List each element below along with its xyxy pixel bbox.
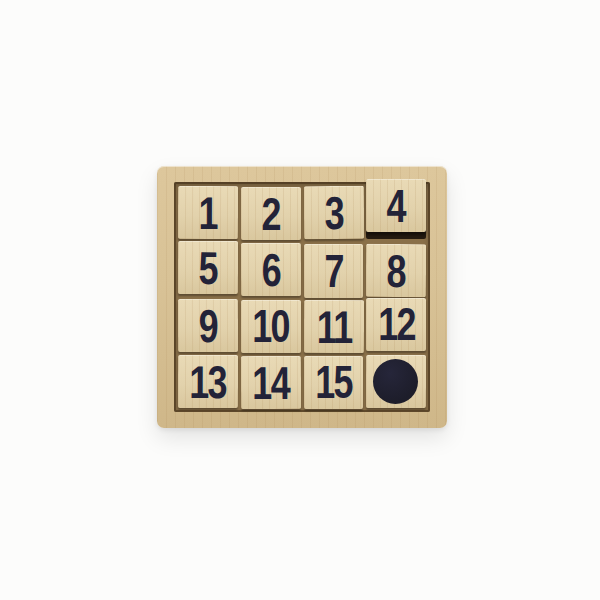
tile-14-label: 14 (252, 359, 289, 405)
tile-7-label: 7 (324, 248, 342, 294)
tile-5-label: 5 (199, 245, 218, 291)
tile-3-label: 3 (324, 190, 343, 236)
tile-1[interactable]: 1 (178, 186, 238, 240)
tile-4[interactable]: 4 (366, 179, 426, 232)
tile-15[interactable]: 15 (304, 356, 364, 409)
tile-6-label: 6 (261, 247, 280, 293)
tile-2[interactable]: 2 (241, 187, 301, 240)
tile-10-label: 10 (252, 303, 289, 349)
tile-dot[interactable] (366, 355, 426, 408)
black-dot-icon (374, 359, 419, 404)
tile-4-label: 4 (387, 183, 405, 229)
tile-13-label: 13 (189, 358, 226, 404)
tile-10[interactable]: 10 (241, 300, 301, 353)
tile-7[interactable]: 7 (304, 244, 364, 297)
tile-8[interactable]: 8 (366, 244, 426, 298)
tile-2-label: 2 (261, 191, 279, 237)
puzzle-tray: 1 2 3 4 5 6 7 8 9 10 11 12 13 14 15 (174, 182, 430, 412)
tile-8-label: 8 (387, 248, 406, 294)
wooden-puzzle-box: 1 2 3 4 5 6 7 8 9 10 11 12 13 14 15 (157, 166, 447, 428)
tile-5[interactable]: 5 (178, 241, 238, 294)
tile-11-label: 11 (316, 303, 351, 349)
tile-9[interactable]: 9 (178, 298, 238, 351)
tile-11[interactable]: 11 (303, 299, 363, 353)
tile-1-label: 1 (199, 190, 218, 236)
tile-6[interactable]: 6 (241, 243, 301, 296)
tile-15-label: 15 (315, 359, 352, 405)
tile-9-label: 9 (199, 302, 218, 348)
open-cell-behind-tile-4: 4 (366, 186, 426, 239)
tile-grid: 1 2 3 4 5 6 7 8 9 10 11 12 13 14 15 (176, 184, 428, 410)
tile-12[interactable]: 12 (366, 298, 426, 351)
tile-14[interactable]: 14 (241, 356, 301, 410)
tile-13[interactable]: 13 (178, 355, 238, 408)
tile-3[interactable]: 3 (303, 186, 363, 240)
tile-12-label: 12 (378, 301, 415, 347)
